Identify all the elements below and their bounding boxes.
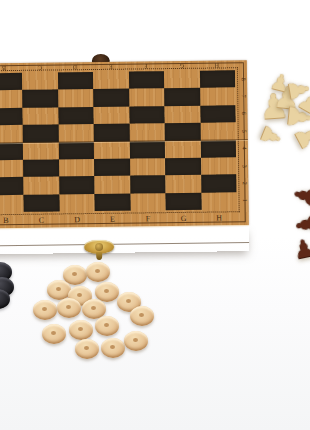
pieces-layer: ♟♟♟♟♟♟♟♟♟♟♟ (0, 0, 310, 430)
photo-background: AABBCCDDEEFFGGHH87654321 ♟♟♟♟♟♟♟♟♟♟♟ (0, 0, 310, 430)
white-checker-piece[interactable] (33, 300, 57, 320)
white-checker-piece[interactable] (101, 338, 125, 358)
white-checker-piece[interactable] (57, 298, 81, 318)
red-chess-pawn[interactable]: ♟ (291, 235, 310, 263)
white-checker-piece[interactable] (124, 331, 148, 351)
white-checker-piece[interactable] (42, 324, 66, 344)
white-checker-piece[interactable] (69, 320, 93, 340)
white-checker-piece[interactable] (95, 316, 119, 336)
white-checker-piece[interactable] (75, 339, 99, 359)
red-chess-pawn[interactable]: ♟ (290, 181, 310, 211)
white-checker-piece[interactable] (86, 262, 110, 282)
white-checker-piece[interactable] (130, 306, 154, 326)
